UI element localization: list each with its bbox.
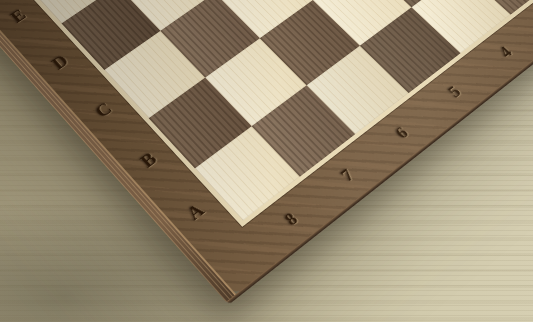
photo-scene: ABCDE876543 bbox=[0, 0, 533, 322]
